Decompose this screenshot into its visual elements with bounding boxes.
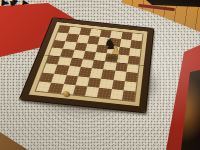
square-h1 — [122, 90, 136, 101]
photo-scene: ♟♞♟ ♞ ♟ — [0, 0, 200, 150]
wood-floor-bottom-left — [0, 125, 40, 150]
scattered-piece-1: ♞ — [8, 0, 21, 8]
white-pawn-piece: ♟ — [111, 45, 121, 56]
scattered-pieces: ♟♞♟ — [0, 0, 34, 12]
brass-clasp — [63, 91, 69, 96]
board-grid — [36, 26, 143, 102]
scattered-piece-2: ♟ — [20, 0, 29, 7]
board-border — [29, 22, 148, 106]
